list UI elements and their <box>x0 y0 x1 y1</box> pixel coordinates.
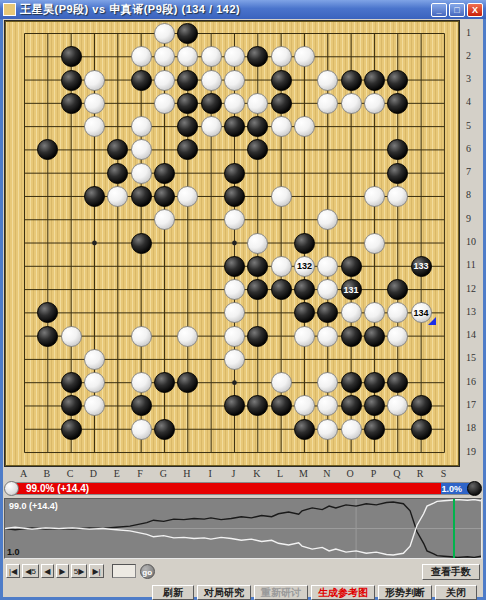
white-stone-G3 <box>154 70 175 91</box>
white-stone-M14 <box>294 326 315 347</box>
white-stone-P8 <box>364 186 385 207</box>
row-label-5: 5 <box>466 120 482 131</box>
white-stone-Q14 <box>387 326 408 347</box>
white-stone-F7 <box>131 163 152 184</box>
white-stone-G4 <box>154 93 175 114</box>
black-stone-C16 <box>61 372 82 393</box>
column-label-M: M <box>296 468 310 479</box>
white-stone-J3 <box>224 70 245 91</box>
white-stone-F6 <box>131 139 152 160</box>
row-label-8: 8 <box>466 189 482 200</box>
white-stone-F2 <box>131 46 152 67</box>
black-stone-M12 <box>294 279 315 300</box>
white-stone-I5 <box>201 116 222 137</box>
action-button-关闭[interactable]: 关闭 <box>435 585 477 600</box>
row-label-6: 6 <box>466 143 482 154</box>
black-stone-Q3 <box>387 70 408 91</box>
action-button-对局研究[interactable]: 对局研究 <box>197 585 251 600</box>
white-stone-D3 <box>84 70 105 91</box>
white-stone-F5 <box>131 116 152 137</box>
action-button-形势判断[interactable]: 形势判断 <box>378 585 432 600</box>
nav-button-0[interactable]: |◀ <box>6 564 20 578</box>
row-label-7: 7 <box>466 166 482 177</box>
go-button[interactable]: go <box>140 564 155 579</box>
white-stone-P4 <box>364 93 385 114</box>
row-label-19: 19 <box>466 446 482 457</box>
app-icon <box>3 3 16 16</box>
row-label-16: 16 <box>466 376 482 387</box>
black-stone-icon <box>467 481 482 496</box>
maximize-button[interactable]: □ <box>449 3 465 17</box>
move-133-stone: 133 <box>411 256 432 277</box>
white-stone-J12 <box>224 279 245 300</box>
white-stone-L8 <box>271 186 292 207</box>
black-winrate-text: 1.0% <box>441 484 462 494</box>
white-stone-J4 <box>224 93 245 114</box>
black-stone-K11 <box>247 256 268 277</box>
white-stone-D5 <box>84 116 105 137</box>
black-stone-C18 <box>61 419 82 440</box>
black-stone-R17 <box>411 395 432 416</box>
action-button-重新研讨[interactable]: 重新研讨 <box>254 585 308 600</box>
row-label-14: 14 <box>466 329 482 340</box>
black-stone-D8 <box>84 186 105 207</box>
column-label-S: S <box>436 468 450 479</box>
close-button[interactable]: X <box>467 3 483 17</box>
row-label-10: 10 <box>466 236 482 247</box>
black-stone-K14 <box>247 326 268 347</box>
graph-min-label: 1.0 <box>7 547 20 557</box>
column-label-R: R <box>413 468 427 479</box>
black-stone-E7 <box>107 163 128 184</box>
graph-max-label: 99.0 (+14.4) <box>9 501 58 511</box>
white-stone-N14 <box>317 326 338 347</box>
column-label-O: O <box>343 468 357 479</box>
column-label-A: A <box>17 468 31 479</box>
white-stone-M5 <box>294 116 315 137</box>
white-stone-K4 <box>247 93 268 114</box>
column-label-J: J <box>226 468 240 479</box>
column-label-K: K <box>250 468 264 479</box>
black-stone-P14 <box>364 326 385 347</box>
white-stone-N11 <box>317 256 338 277</box>
action-button-刷新[interactable]: 刷新 <box>152 585 194 600</box>
black-stone-J7 <box>224 163 245 184</box>
black-stone-F10 <box>131 233 152 254</box>
white-stone-F16 <box>131 372 152 393</box>
row-label-15: 15 <box>466 352 482 363</box>
black-stone-C4 <box>61 93 82 114</box>
black-stone-R18 <box>411 419 432 440</box>
row-label-11: 11 <box>466 259 482 270</box>
black-stone-P18 <box>364 419 385 440</box>
black-stone-L12 <box>271 279 292 300</box>
black-stone-G8 <box>154 186 175 207</box>
white-stone-O13 <box>341 302 362 323</box>
black-stone-F8 <box>131 186 152 207</box>
white-stone-D15 <box>84 349 105 370</box>
black-stone-Q7 <box>387 163 408 184</box>
column-label-C: C <box>63 468 77 479</box>
white-stone-C14 <box>61 326 82 347</box>
black-stone-Q4 <box>387 93 408 114</box>
white-stone-G1 <box>154 23 175 44</box>
black-stone-O17 <box>341 395 362 416</box>
action-button-row: 刷新对局研究重新研讨生成参考图形势判断关闭 <box>0 582 480 598</box>
black-stone-L17 <box>271 395 292 416</box>
black-stone-J5 <box>224 116 245 137</box>
column-label-N: N <box>320 468 334 479</box>
navigation-row: |◀◀5◀▶5▶▶| go 查看手数 <box>6 564 480 580</box>
column-label-F: F <box>133 468 147 479</box>
move-131-stone: 131 <box>341 279 362 300</box>
white-stone-N4 <box>317 93 338 114</box>
row-label-9: 9 <box>466 213 482 224</box>
black-stone-F17 <box>131 395 152 416</box>
column-label-P: P <box>366 468 380 479</box>
action-button-生成参考图[interactable]: 生成参考图 <box>311 585 375 600</box>
black-stone-J8 <box>224 186 245 207</box>
white-stone-L5 <box>271 116 292 137</box>
white-stone-N3 <box>317 70 338 91</box>
nav-button-1[interactable]: ◀5 <box>22 564 39 578</box>
move-number-input[interactable] <box>112 564 136 578</box>
nav-button-4[interactable]: 5▶ <box>71 564 88 578</box>
row-label-1: 1 <box>466 27 482 38</box>
black-stone-F3 <box>131 70 152 91</box>
winrate-bar: 99.0% (+14.4) 1.0% <box>4 481 482 496</box>
winrate-graph[interactable]: 99.0 (+14.4) 1.0 <box>4 498 482 559</box>
column-label-L: L <box>273 468 287 479</box>
nav-button-2[interactable]: ◀ <box>41 564 54 578</box>
minimize-button[interactable]: _ <box>431 3 447 17</box>
black-stone-O11 <box>341 256 362 277</box>
column-label-Q: Q <box>390 468 404 479</box>
white-stone-F14 <box>131 326 152 347</box>
white-stone-I3 <box>201 70 222 91</box>
white-stone-H14 <box>177 326 198 347</box>
row-label-17: 17 <box>466 399 482 410</box>
move-132-stone: 132 <box>294 256 315 277</box>
white-stone-N18 <box>317 419 338 440</box>
white-stone-J15 <box>224 349 245 370</box>
white-stone-F18 <box>131 419 152 440</box>
black-stone-H4 <box>177 93 198 114</box>
black-stone-M10 <box>294 233 315 254</box>
white-stone-D4 <box>84 93 105 114</box>
nav-button-5[interactable]: ▶| <box>89 564 103 578</box>
black-stone-O3 <box>341 70 362 91</box>
row-label-13: 13 <box>466 306 482 317</box>
row-label-12: 12 <box>466 283 482 294</box>
white-stone-O4 <box>341 93 362 114</box>
column-label-D: D <box>86 468 100 479</box>
white-stone-I2 <box>201 46 222 67</box>
app-window: 王星昊(P9段) vs 申真谞(P9段) (134 / 142) _ □ X 1… <box>0 0 486 600</box>
white-stone-P10 <box>364 233 385 254</box>
white-stone-L11 <box>271 256 292 277</box>
black-stone-O16 <box>341 372 362 393</box>
row-label-3: 3 <box>466 73 482 84</box>
nav-button-3[interactable]: ▶ <box>56 564 69 578</box>
black-stone-M18 <box>294 419 315 440</box>
column-label-G: G <box>156 468 170 479</box>
black-stone-O14 <box>341 326 362 347</box>
black-stone-C2 <box>61 46 82 67</box>
column-label-H: H <box>180 468 194 479</box>
row-label-18: 18 <box>466 422 482 433</box>
column-label-E: E <box>110 468 124 479</box>
black-stone-L3 <box>271 70 292 91</box>
black-stone-G7 <box>154 163 175 184</box>
white-stone-L2 <box>271 46 292 67</box>
move-134-stone: 134 <box>411 302 432 323</box>
black-stone-H3 <box>177 70 198 91</box>
black-stone-L4 <box>271 93 292 114</box>
white-winrate-text: 99.0% (+14.4) <box>26 483 89 494</box>
black-stone-G16 <box>154 372 175 393</box>
go-board[interactable]: 132133131134 <box>5 21 459 466</box>
black-stone-I4 <box>201 93 222 114</box>
black-stone-P16 <box>364 372 385 393</box>
title-bar[interactable]: 王星昊(P9段) vs 申真谞(P9段) (134 / 142) _ □ X <box>0 0 486 19</box>
view-moves-button[interactable]: 查看手数 <box>422 564 480 580</box>
black-stone-G18 <box>154 419 175 440</box>
window-title: 王星昊(P9段) vs 申真谞(P9段) (134 / 142) <box>20 2 240 17</box>
black-stone-J11 <box>224 256 245 277</box>
black-stone-C3 <box>61 70 82 91</box>
white-stone-K10 <box>247 233 268 254</box>
row-label-2: 2 <box>466 50 482 61</box>
black-stone-C17 <box>61 395 82 416</box>
white-stone-L16 <box>271 372 292 393</box>
white-stone-icon <box>4 481 19 496</box>
column-label-I: I <box>203 468 217 479</box>
white-stone-J14 <box>224 326 245 347</box>
column-label-B: B <box>40 468 54 479</box>
row-label-4: 4 <box>466 96 482 107</box>
black-stone-B14 <box>37 326 58 347</box>
white-stone-O18 <box>341 419 362 440</box>
black-stone-P3 <box>364 70 385 91</box>
